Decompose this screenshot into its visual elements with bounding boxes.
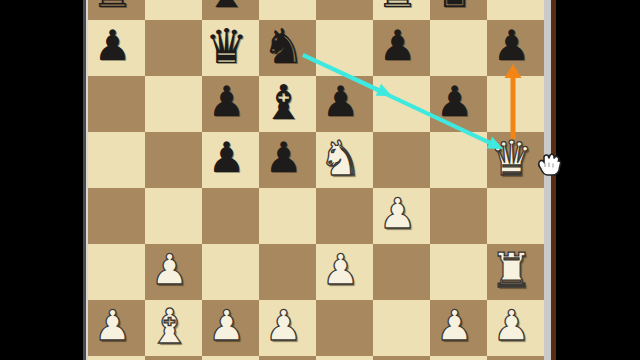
- square-e4[interactable]: [316, 188, 373, 244]
- square-f4[interactable]: ♟: [373, 188, 430, 244]
- square-h1[interactable]: [487, 356, 544, 360]
- square-f5[interactable]: [373, 132, 430, 188]
- square-f1[interactable]: [373, 356, 430, 360]
- square-b8[interactable]: [145, 0, 202, 20]
- square-a8[interactable]: ♜: [88, 0, 145, 20]
- square-a1[interactable]: [88, 356, 145, 360]
- window-border-right-grey[interactable]: [544, 0, 551, 360]
- square-f8[interactable]: ♜: [373, 0, 430, 20]
- piece-black-king-g8[interactable]: ♚: [433, 0, 476, 18]
- square-e2[interactable]: [316, 300, 373, 356]
- piece-white-queen-h5[interactable]: ♛: [490, 130, 533, 186]
- square-g3[interactable]: [430, 244, 487, 300]
- square-a2[interactable]: ♟: [88, 300, 145, 356]
- square-c6[interactable]: ♟: [202, 76, 259, 132]
- square-c5[interactable]: ♟: [202, 132, 259, 188]
- piece-black-pawn-d5[interactable]: ♟: [265, 130, 303, 186]
- piece-black-pawn-a7[interactable]: ♟: [94, 18, 132, 74]
- square-c8[interactable]: ♝: [202, 0, 259, 20]
- square-c2[interactable]: ♟: [202, 300, 259, 356]
- square-g8[interactable]: ♚: [430, 0, 487, 20]
- square-a6[interactable]: [88, 76, 145, 132]
- square-h8[interactable]: [487, 0, 544, 20]
- piece-white-pawn-g2[interactable]: ♟: [436, 298, 474, 354]
- square-g5[interactable]: [430, 132, 487, 188]
- piece-black-pawn-h7[interactable]: ♟: [493, 18, 531, 74]
- square-g1[interactable]: [430, 356, 487, 360]
- square-h4[interactable]: [487, 188, 544, 244]
- square-e6[interactable]: ♟: [316, 76, 373, 132]
- window-border-right-maroon: [551, 0, 556, 360]
- square-e7[interactable]: [316, 20, 373, 76]
- square-c1[interactable]: [202, 356, 259, 360]
- piece-black-queen-c7[interactable]: ♛: [205, 18, 248, 74]
- square-g2[interactable]: ♟: [430, 300, 487, 356]
- square-a5[interactable]: [88, 132, 145, 188]
- piece-white-bishop-b2[interactable]: ♝: [148, 298, 191, 354]
- square-b4[interactable]: [145, 188, 202, 244]
- square-d2[interactable]: ♟: [259, 300, 316, 356]
- piece-black-pawn-e6[interactable]: ♟: [322, 74, 360, 130]
- piece-black-pawn-c6[interactable]: ♟: [208, 74, 246, 130]
- piece-black-bishop-d6[interactable]: ♝: [262, 74, 305, 130]
- square-h7[interactable]: ♟: [487, 20, 544, 76]
- square-b3[interactable]: ♟: [145, 244, 202, 300]
- square-g4[interactable]: [430, 188, 487, 244]
- piece-white-pawn-b3[interactable]: ♟: [151, 242, 189, 298]
- square-d5[interactable]: ♟: [259, 132, 316, 188]
- square-f7[interactable]: ♟: [373, 20, 430, 76]
- piece-black-knight-d7[interactable]: ♞: [262, 18, 305, 74]
- piece-white-pawn-c2[interactable]: ♟: [208, 298, 246, 354]
- video-frame: ♜♝♜♚♟♛♞♟♟♟♝♟♟♟♟♞♛♟♟♟♜♟♝♟♟♟♟: [0, 0, 640, 360]
- square-b5[interactable]: [145, 132, 202, 188]
- piece-white-pawn-e3[interactable]: ♟: [322, 242, 360, 298]
- square-f2[interactable]: [373, 300, 430, 356]
- square-h6[interactable]: [487, 76, 544, 132]
- piece-white-knight-e5[interactable]: ♞: [319, 130, 362, 186]
- square-d7[interactable]: ♞: [259, 20, 316, 76]
- square-a4[interactable]: [88, 188, 145, 244]
- square-d3[interactable]: [259, 244, 316, 300]
- square-a7[interactable]: ♟: [88, 20, 145, 76]
- square-h3[interactable]: ♜: [487, 244, 544, 300]
- square-b7[interactable]: [145, 20, 202, 76]
- piece-white-pawn-d2[interactable]: ♟: [265, 298, 303, 354]
- square-c7[interactable]: ♛: [202, 20, 259, 76]
- piece-white-pawn-f4[interactable]: ♟: [379, 186, 417, 242]
- square-b2[interactable]: ♝: [145, 300, 202, 356]
- chessboard: ♜♝♜♚♟♛♞♟♟♟♝♟♟♟♟♞♛♟♟♟♜♟♝♟♟♟♟: [88, 0, 544, 360]
- piece-black-bishop-c8[interactable]: ♝: [205, 0, 248, 18]
- square-a3[interactable]: [88, 244, 145, 300]
- square-d6[interactable]: ♝: [259, 76, 316, 132]
- square-d1[interactable]: [259, 356, 316, 360]
- square-e3[interactable]: ♟: [316, 244, 373, 300]
- square-h5[interactable]: ♛: [487, 132, 544, 188]
- square-e5[interactable]: ♞: [316, 132, 373, 188]
- piece-black-rook-f8[interactable]: ♜: [376, 0, 419, 18]
- piece-black-pawn-g6[interactable]: ♟: [436, 74, 474, 130]
- square-f6[interactable]: [373, 76, 430, 132]
- square-b1[interactable]: [145, 356, 202, 360]
- square-h2[interactable]: ♟: [487, 300, 544, 356]
- square-c4[interactable]: [202, 188, 259, 244]
- piece-black-rook-a8[interactable]: ♜: [91, 0, 134, 18]
- piece-white-pawn-h2[interactable]: ♟: [493, 298, 531, 354]
- square-b6[interactable]: [145, 76, 202, 132]
- square-g6[interactable]: ♟: [430, 76, 487, 132]
- window-border-left-light: [86, 0, 88, 360]
- square-g7[interactable]: [430, 20, 487, 76]
- piece-black-pawn-f7[interactable]: ♟: [379, 18, 417, 74]
- square-d8[interactable]: [259, 0, 316, 20]
- square-d4[interactable]: [259, 188, 316, 244]
- square-f3[interactable]: [373, 244, 430, 300]
- piece-black-pawn-c5[interactable]: ♟: [208, 130, 246, 186]
- square-e8[interactable]: [316, 0, 373, 20]
- piece-white-rook-h3[interactable]: ♜: [490, 242, 533, 298]
- piece-white-pawn-a2[interactable]: ♟: [94, 298, 132, 354]
- square-e1[interactable]: [316, 356, 373, 360]
- square-c3[interactable]: [202, 244, 259, 300]
